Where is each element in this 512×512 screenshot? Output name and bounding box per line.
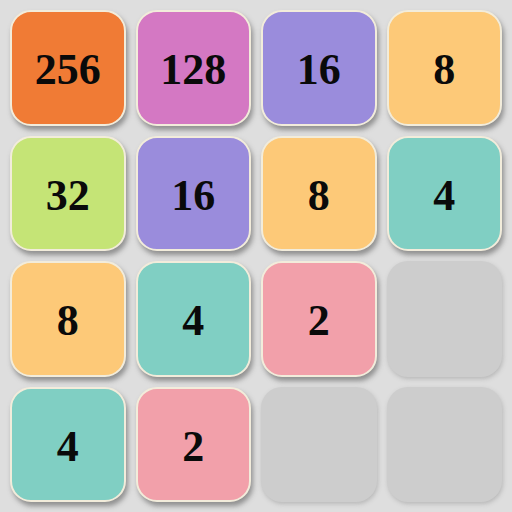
tile-128-r1c2: 128 [136, 10, 252, 126]
tile-2-r4c2: 2 [136, 387, 252, 503]
tile-256-r1c1: 256 [10, 10, 126, 126]
tile-16-r1c3: 16 [261, 10, 377, 126]
tile-4-r4c1: 4 [10, 387, 126, 503]
board-2048[interactable]: 25612816832168484242 [0, 0, 512, 512]
tile-8-r2c3: 8 [261, 136, 377, 252]
empty-cell-r3c4 [387, 261, 503, 377]
empty-cell-r4c4 [387, 387, 503, 503]
tile-8-r1c4: 8 [387, 10, 503, 126]
tile-2-r3c3: 2 [261, 261, 377, 377]
tile-4-r3c2: 4 [136, 261, 252, 377]
tile-8-r3c1: 8 [10, 261, 126, 377]
tile-4-r2c4: 4 [387, 136, 503, 252]
empty-cell-r4c3 [261, 387, 377, 503]
tile-32-r2c1: 32 [10, 136, 126, 252]
tile-16-r2c2: 16 [136, 136, 252, 252]
